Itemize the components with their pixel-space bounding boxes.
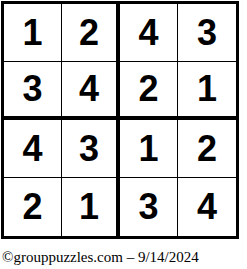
copyright-footer: ©grouppuzzles.com – 9/14/2024 — [2, 249, 199, 266]
sudoku-cell-r4c4: 4 — [178, 178, 236, 236]
sudoku-cell-r2c3: 2 — [120, 62, 178, 120]
sudoku-cell-r4c3: 3 — [120, 178, 178, 236]
sudoku-cell-r3c2: 3 — [62, 120, 120, 178]
sudoku-cell-r2c2: 4 — [62, 62, 120, 120]
sudoku-cell-r1c3: 4 — [120, 4, 178, 62]
sudoku-cell-r2c4: 1 — [178, 62, 236, 120]
sudoku-cell-r1c2: 2 — [62, 4, 120, 62]
sudoku-cell-r1c1: 1 — [4, 4, 62, 62]
sudoku-cell-r4c2: 1 — [62, 178, 120, 236]
sudoku-cell-r1c4: 3 — [178, 4, 236, 62]
sudoku-cell-r3c3: 1 — [120, 120, 178, 178]
sudoku-board: 1 2 4 3 3 4 2 1 4 3 1 2 2 1 3 4 — [1, 1, 239, 239]
sudoku-cell-r4c1: 2 — [4, 178, 62, 236]
sudoku-cell-r3c4: 2 — [178, 120, 236, 178]
sudoku-cell-r3c1: 4 — [4, 120, 62, 178]
sudoku-cell-r2c1: 3 — [4, 62, 62, 120]
